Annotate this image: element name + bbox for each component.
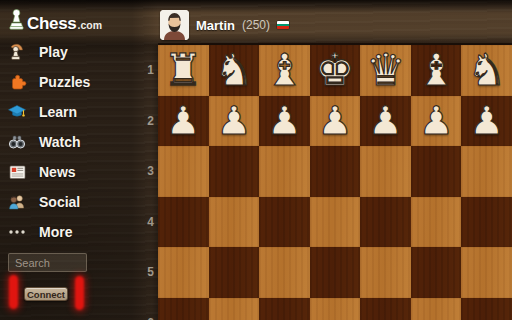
white-king: ♚	[315, 45, 354, 95]
puzzle-piece-icon	[7, 72, 27, 92]
rank-label: 6	[140, 298, 154, 320]
newspaper-icon	[7, 162, 27, 182]
board-square[interactable]	[411, 146, 462, 197]
sidebar-item-label: Learn	[39, 104, 77, 120]
board-square[interactable]: ♝	[259, 45, 310, 96]
board-square[interactable]	[158, 146, 209, 197]
board-square[interactable]: ♝	[411, 45, 462, 96]
board-square[interactable]	[310, 197, 361, 248]
board-square[interactable]	[310, 146, 361, 197]
board-square[interactable]: ♟	[360, 96, 411, 147]
bulgaria-flag-icon	[277, 21, 289, 29]
board-square[interactable]	[259, 298, 310, 320]
sidebar-item-label: More	[39, 224, 72, 240]
white-knight: ♞	[467, 45, 506, 95]
sidebar-item-label: Social	[39, 194, 80, 210]
board-square[interactable]: ♟	[259, 96, 310, 147]
white-pawn: ♟	[469, 96, 504, 146]
graduation-cap-icon	[7, 102, 27, 122]
binoculars-icon	[7, 132, 27, 152]
play-pawn-hand-icon	[7, 42, 27, 62]
sidebar-item-puzzles[interactable]: Puzzles	[7, 67, 145, 97]
sidebar-item-watch[interactable]: Watch	[7, 127, 145, 157]
board-square[interactable]: ♟	[158, 96, 209, 147]
rank-labels: 1 2 3 4 5 6	[140, 45, 154, 320]
player-rating: (250)	[242, 18, 270, 32]
white-rook: ♜	[164, 45, 203, 95]
white-pawn: ♟	[368, 96, 403, 146]
white-bishop: ♝	[416, 45, 455, 95]
board-square[interactable]	[360, 146, 411, 197]
board-square[interactable]: ♜	[158, 45, 209, 96]
player-name: Martin	[196, 18, 235, 33]
board-square[interactable]	[259, 197, 310, 248]
board-square[interactable]	[259, 146, 310, 197]
red-highlight-mark-left	[9, 275, 18, 309]
board-square[interactable]	[158, 197, 209, 248]
red-highlight-mark-right	[75, 276, 84, 310]
board-square[interactable]	[411, 247, 462, 298]
sidebar-item-more[interactable]: More	[7, 217, 145, 247]
board-square[interactable]: ♟	[310, 96, 361, 147]
board-square[interactable]	[360, 247, 411, 298]
sidebar-item-news[interactable]: News	[7, 157, 145, 187]
sidebar-nav: Play Puzzles Learn	[7, 37, 145, 247]
two-people-icon	[7, 192, 27, 212]
board-square[interactable]	[310, 298, 361, 320]
chess-board: ♜♞♝♚♛♝♞♟♟♟♟♟♟♟	[158, 45, 512, 320]
rank-label: 5	[140, 247, 154, 298]
logo-suffix-text: .com	[78, 17, 103, 34]
board-square[interactable]	[310, 247, 361, 298]
board-square[interactable]	[411, 197, 462, 248]
connect-button[interactable]: Connect	[24, 287, 68, 301]
board-square[interactable]	[209, 298, 260, 320]
white-pawn: ♟	[216, 96, 251, 146]
sidebar-item-label: Play	[39, 44, 68, 60]
search-input[interactable]	[8, 253, 87, 272]
white-pawn: ♟	[166, 96, 201, 146]
board-square[interactable]	[158, 247, 209, 298]
ellipsis-icon	[7, 222, 27, 242]
rank-label: 2	[140, 96, 154, 147]
board-square[interactable]: ♚	[310, 45, 361, 96]
board-square[interactable]	[411, 298, 462, 320]
pawn-logo-icon	[8, 8, 25, 34]
white-bishop: ♝	[265, 45, 304, 95]
sidebar-item-play[interactable]: Play	[7, 37, 145, 67]
app: { "game": "chess", "position": { "fen": …	[0, 0, 512, 320]
white-pawn: ♟	[318, 96, 353, 146]
board-square[interactable]	[360, 298, 411, 320]
sidebar-item-social[interactable]: Social	[7, 187, 145, 217]
board-square[interactable]	[461, 197, 512, 248]
rank-label: 3	[140, 146, 154, 197]
chesscom-logo[interactable]: Chess .com	[8, 8, 102, 34]
board-square[interactable]	[461, 247, 512, 298]
board-square[interactable]	[360, 197, 411, 248]
board-square[interactable]: ♛	[360, 45, 411, 96]
board-square[interactable]: ♟	[461, 96, 512, 147]
board-square[interactable]: ♞	[461, 45, 512, 96]
board-square[interactable]: ♟	[209, 96, 260, 147]
rank-label: 1	[140, 45, 154, 96]
sidebar-item-label: Watch	[39, 134, 80, 150]
sidebar-item-label: Puzzles	[39, 74, 90, 90]
board-square[interactable]: ♟	[411, 96, 462, 147]
white-knight: ♞	[214, 45, 253, 95]
board-square[interactable]	[259, 247, 310, 298]
white-pawn: ♟	[419, 96, 454, 146]
board-square[interactable]	[158, 298, 209, 320]
rank-label: 4	[140, 197, 154, 248]
white-pawn: ♟	[267, 96, 302, 146]
board-square[interactable]	[209, 146, 260, 197]
white-queen: ♛	[366, 45, 405, 95]
avatar[interactable]	[160, 10, 189, 40]
board-square[interactable]	[209, 197, 260, 248]
board-square[interactable]: ♞	[209, 45, 260, 96]
board-square[interactable]	[209, 247, 260, 298]
logo-brand-text: Chess	[27, 14, 77, 34]
sidebar-item-label: News	[39, 164, 76, 180]
opponent-player-info[interactable]: Martin (250)	[160, 10, 289, 40]
board-square[interactable]	[461, 146, 512, 197]
sidebar-item-learn[interactable]: Learn	[7, 97, 145, 127]
board-square[interactable]	[461, 298, 512, 320]
